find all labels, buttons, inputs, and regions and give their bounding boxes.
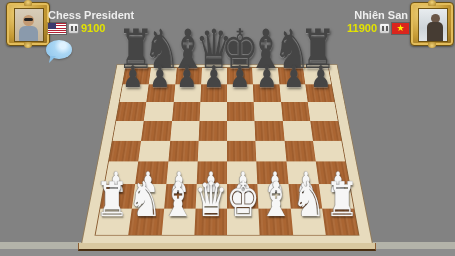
square-b6[interactable] xyxy=(144,102,173,121)
square-h5[interactable] xyxy=(310,121,341,141)
piece-black-pawn-b7[interactable]: ♟ xyxy=(149,62,170,92)
left-player-info-row: 9100 xyxy=(48,22,105,34)
piece-white-knight-g1[interactable]: ♞ xyxy=(292,176,326,224)
piece-white-king-e1[interactable]: ♚ xyxy=(227,176,261,224)
piece-black-pawn-h7[interactable]: ♟ xyxy=(311,62,332,92)
square-a6[interactable] xyxy=(116,102,146,121)
piece-black-pawn-f7[interactable]: ♟ xyxy=(257,62,278,92)
square-e6[interactable] xyxy=(227,102,255,121)
piece-white-bishop-c1[interactable]: ♝ xyxy=(161,176,195,224)
square-f6[interactable] xyxy=(254,102,283,121)
board-front-edge xyxy=(78,243,376,251)
square-c5[interactable] xyxy=(170,121,199,141)
left-player-rating: 9100 xyxy=(81,23,105,34)
square-a5[interactable] xyxy=(113,121,144,141)
square-g4[interactable] xyxy=(284,140,315,161)
right-player-name: Nhiên San xyxy=(354,9,408,21)
piece-black-pawn-e7[interactable]: ♟ xyxy=(230,62,251,92)
square-h6[interactable] xyxy=(307,102,337,121)
left-avatar-photo xyxy=(14,8,44,42)
right-avatar-photo xyxy=(418,8,448,42)
piece-white-bishop-f1[interactable]: ♝ xyxy=(260,176,294,224)
piece-white-knight-b1[interactable]: ♞ xyxy=(128,176,162,224)
square-f5[interactable] xyxy=(255,121,284,141)
rank-badge-icon xyxy=(68,23,79,34)
square-g5[interactable] xyxy=(282,121,312,141)
square-c4[interactable] xyxy=(168,140,198,161)
rank-badge-icon xyxy=(379,23,390,34)
square-d6[interactable] xyxy=(199,102,227,121)
right-player-avatar[interactable] xyxy=(410,2,454,46)
piece-black-pawn-d7[interactable]: ♟ xyxy=(203,62,224,92)
piece-black-pawn-a7[interactable]: ♟ xyxy=(122,62,143,92)
piece-white-rook-h1[interactable]: ♜ xyxy=(325,176,359,224)
square-h4[interactable] xyxy=(313,140,345,161)
square-g6[interactable] xyxy=(281,102,310,121)
square-f4[interactable] xyxy=(256,140,286,161)
piece-black-pawn-g7[interactable]: ♟ xyxy=(284,62,305,92)
left-player-avatar[interactable] xyxy=(6,2,50,46)
piece-black-pawn-c7[interactable]: ♟ xyxy=(176,62,197,92)
left-avatar-sunglasses xyxy=(24,18,33,21)
flag-us-icon xyxy=(48,23,66,34)
square-d4[interactable] xyxy=(197,140,227,161)
piece-white-rook-a1[interactable]: ♜ xyxy=(95,176,129,224)
game-screen: ♜♞♝♛♚♝♞♜♟♟♟♟♟♟♟♟♟♟♟♟♟♟♟♟♜♞♝♛♚♝♞♜ Chess P… xyxy=(0,0,455,256)
right-player-rating: 11900 xyxy=(347,23,377,34)
square-b5[interactable] xyxy=(141,121,171,141)
square-b4[interactable] xyxy=(138,140,169,161)
chat-bubble-icon[interactable] xyxy=(46,40,72,59)
square-e5[interactable] xyxy=(227,121,256,141)
square-a4[interactable] xyxy=(109,140,141,161)
flag-vn-icon: ★ xyxy=(392,23,409,34)
square-e4[interactable] xyxy=(227,140,257,161)
square-d5[interactable] xyxy=(198,121,227,141)
right-player-info-row: 11900 ★ xyxy=(347,22,409,34)
square-c6[interactable] xyxy=(172,102,201,121)
vn-star-icon: ★ xyxy=(396,24,404,33)
right-avatar-body xyxy=(427,22,443,41)
piece-white-queen-d1[interactable]: ♛ xyxy=(194,176,228,224)
left-avatar-body xyxy=(19,26,38,41)
